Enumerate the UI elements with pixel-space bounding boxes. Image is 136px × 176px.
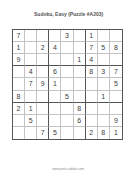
sudoku-cell: 1 bbox=[74, 54, 86, 66]
sudoku-cell: 1 bbox=[25, 103, 37, 115]
sudoku-cell bbox=[25, 42, 37, 54]
sudoku-cell bbox=[86, 91, 98, 103]
sudoku-cell bbox=[49, 30, 61, 42]
sudoku-cell: 1 bbox=[86, 30, 98, 42]
sudoku-cell: 5 bbox=[61, 91, 73, 103]
sudoku-cell bbox=[13, 66, 25, 78]
sudoku-cell: 6 bbox=[49, 66, 61, 78]
sudoku-cell: 1 bbox=[98, 91, 110, 103]
sudoku-cell bbox=[74, 30, 86, 42]
sudoku-cell: 1 bbox=[49, 78, 61, 90]
sudoku-page: Sudoku, Easy (Puzzle #A203) 731124758914… bbox=[0, 0, 136, 176]
sudoku-cell bbox=[98, 115, 110, 127]
sudoku-cell: 8 bbox=[110, 42, 122, 54]
sudoku-cell bbox=[37, 66, 49, 78]
sudoku-cell: 4 bbox=[86, 54, 98, 66]
sudoku-cell: 8 bbox=[86, 66, 98, 78]
sudoku-cell: 5 bbox=[98, 42, 110, 54]
sudoku-cell: 4 bbox=[49, 42, 61, 54]
sudoku-cell bbox=[49, 54, 61, 66]
sudoku-cell bbox=[98, 103, 110, 115]
sudoku-cell bbox=[61, 103, 73, 115]
sudoku-cell bbox=[25, 54, 37, 66]
sudoku-cell: 7 bbox=[37, 127, 49, 139]
sudoku-cell: 8 bbox=[74, 103, 86, 115]
sudoku-cell bbox=[86, 78, 98, 90]
sudoku-cell: 7 bbox=[86, 42, 98, 54]
sudoku-cell bbox=[98, 30, 110, 42]
sudoku-cell: 3 bbox=[98, 66, 110, 78]
sudoku-cell bbox=[37, 30, 49, 42]
sudoku-cell bbox=[13, 127, 25, 139]
sudoku-cell: 9 bbox=[110, 115, 122, 127]
sudoku-cell: 5 bbox=[49, 127, 61, 139]
sudoku-cell bbox=[110, 30, 122, 42]
sudoku-cell: 8 bbox=[98, 127, 110, 139]
sudoku-cell: 9 bbox=[37, 78, 49, 90]
sudoku-cell bbox=[86, 115, 98, 127]
sudoku-cell bbox=[13, 115, 25, 127]
sudoku-cell bbox=[74, 91, 86, 103]
sudoku-cell: 7 bbox=[25, 78, 37, 90]
puzzle-title: Sudoku, Easy (Puzzle #A203) bbox=[34, 11, 102, 17]
footer-url: www.print-sudoku.com bbox=[37, 167, 98, 170]
sudoku-cell bbox=[37, 91, 49, 103]
sudoku-cell: 9 bbox=[13, 54, 25, 66]
sudoku-cell: 1 bbox=[110, 127, 122, 139]
sudoku-cell bbox=[98, 78, 110, 90]
sudoku-cell bbox=[61, 127, 73, 139]
sudoku-cell bbox=[74, 42, 86, 54]
sudoku-cell bbox=[37, 103, 49, 115]
sudoku-cell bbox=[25, 127, 37, 139]
sudoku-cell bbox=[13, 78, 25, 90]
sudoku-cell bbox=[74, 127, 86, 139]
sudoku-cell: 4 bbox=[25, 66, 37, 78]
sudoku-cell bbox=[98, 54, 110, 66]
sudoku-cell: 3 bbox=[61, 30, 73, 42]
sudoku-grid: 73112475891446837791585121856975281 bbox=[12, 29, 123, 140]
sudoku-cell bbox=[61, 42, 73, 54]
sudoku-cell bbox=[74, 78, 86, 90]
sudoku-cell: 1 bbox=[13, 42, 25, 54]
sudoku-cell: 7 bbox=[110, 66, 122, 78]
sudoku-cell bbox=[61, 66, 73, 78]
sudoku-cell bbox=[49, 91, 61, 103]
sudoku-cell bbox=[49, 115, 61, 127]
sudoku-cell bbox=[61, 78, 73, 90]
sudoku-cell bbox=[86, 103, 98, 115]
sudoku-cell bbox=[37, 54, 49, 66]
sudoku-cell: 5 bbox=[25, 115, 37, 127]
sudoku-cell: 2 bbox=[86, 127, 98, 139]
sudoku-cell bbox=[61, 115, 73, 127]
sudoku-cell bbox=[110, 103, 122, 115]
sudoku-cell: 8 bbox=[13, 91, 25, 103]
sudoku-cell: 7 bbox=[13, 30, 25, 42]
sudoku-cell bbox=[25, 91, 37, 103]
sudoku-cell bbox=[61, 54, 73, 66]
sudoku-cell: 5 bbox=[110, 78, 122, 90]
sudoku-cell bbox=[49, 103, 61, 115]
sudoku-cell: 6 bbox=[74, 115, 86, 127]
sudoku-cell bbox=[25, 30, 37, 42]
sudoku-cell bbox=[110, 54, 122, 66]
sudoku-cell: 2 bbox=[37, 42, 49, 54]
sudoku-cell bbox=[74, 66, 86, 78]
sudoku-cell bbox=[37, 115, 49, 127]
sudoku-cell: 2 bbox=[13, 103, 25, 115]
sudoku-cell bbox=[110, 91, 122, 103]
